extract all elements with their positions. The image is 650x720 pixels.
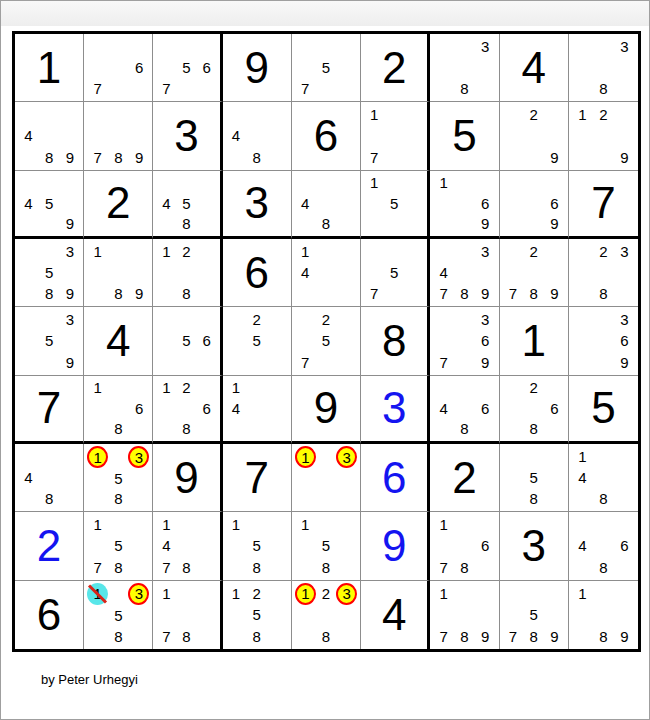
candidate-slot-2 xyxy=(316,36,337,57)
candidate-slot-6 xyxy=(267,125,288,146)
candidate-slot-2 xyxy=(39,104,60,125)
candidate-1: 1 xyxy=(301,517,309,532)
candidate-slot-8: 8 xyxy=(108,419,129,439)
candidate-slot-9 xyxy=(475,78,496,99)
titlebar xyxy=(1,1,649,26)
sudoku-board: 1675679572384384897893486175291294592458… xyxy=(12,31,641,652)
cell-r1c9[interactable]: 38 xyxy=(569,34,638,102)
candidate-slot-7 xyxy=(295,283,316,304)
candidate-slot-2: 2 xyxy=(246,583,267,604)
cell-r1c1[interactable]: 1 xyxy=(15,34,84,102)
candidate-slot-3 xyxy=(267,378,288,398)
cell-r5c8[interactable]: 1 xyxy=(500,307,569,375)
candidate-8: 8 xyxy=(460,421,468,436)
candidate-slot-8 xyxy=(316,78,337,99)
candidate-slot-5 xyxy=(593,125,614,146)
cell-r8c3[interactable]: 1478 xyxy=(153,512,222,580)
cell-r7c9[interactable]: 148 xyxy=(569,444,638,512)
candidate-slot-9 xyxy=(336,78,357,99)
candidate-8: 8 xyxy=(529,491,537,506)
candidate-slot-7 xyxy=(226,352,247,373)
candidate-slot-1: 1 xyxy=(295,514,316,535)
candidate-slot-3 xyxy=(197,309,217,330)
digit-2: 2 xyxy=(84,171,152,236)
cell-r9c1[interactable]: 6 xyxy=(15,581,84,649)
candidate-1: 1 xyxy=(93,244,101,259)
candidate-grid: 129 xyxy=(572,104,635,167)
cell-r6c1[interactable]: 7 xyxy=(15,376,84,444)
candidate-slot-6: 6 xyxy=(197,330,217,351)
candidate-slot-8: 8 xyxy=(39,147,60,168)
candidate-grid: 34789 xyxy=(433,241,495,304)
cell-r4c5[interactable]: 14 xyxy=(292,239,361,307)
candidate-slot-1 xyxy=(87,104,108,125)
cell-r2c6[interactable]: 17 xyxy=(361,102,430,170)
cell-r9c2[interactable]: 1358 xyxy=(84,581,153,649)
cell-r9c9[interactable]: 189 xyxy=(569,581,638,649)
cell-r6c9[interactable]: 5 xyxy=(569,376,638,444)
candidate-slot-1 xyxy=(295,36,316,57)
cell-r9c6[interactable]: 4 xyxy=(361,581,430,649)
cell-r1c6[interactable]: 2 xyxy=(361,34,430,102)
candidate-slot-7: 7 xyxy=(364,147,384,168)
candidate-slot-4 xyxy=(433,57,454,78)
candidate-slot-9 xyxy=(336,557,357,578)
candidate-slot-5 xyxy=(523,125,544,146)
digit-5: 5 xyxy=(569,376,638,441)
candidate-2: 2 xyxy=(253,586,261,601)
candidate-slot-2 xyxy=(108,378,129,398)
candidate-slot-8 xyxy=(523,214,544,234)
candidate-slot-6 xyxy=(336,330,357,351)
candidate-slot-4: 4 xyxy=(433,262,454,283)
candidate-2: 2 xyxy=(529,244,537,259)
candidate-slot-1 xyxy=(572,309,593,330)
cell-r7c6[interactable]: 6 xyxy=(361,444,430,512)
candidate-slot-9: 9 xyxy=(544,626,565,647)
cell-r3c9[interactable]: 7 xyxy=(569,171,638,239)
candidate-8: 8 xyxy=(45,150,53,165)
cell-r4c3[interactable]: 128 xyxy=(153,239,222,307)
cell-r1c2[interactable]: 67 xyxy=(84,34,153,102)
candidate-slot-8: 8 xyxy=(108,626,128,647)
digit-9: 9 xyxy=(153,444,219,511)
candidate-1: 1 xyxy=(93,517,101,532)
candidate-8: 8 xyxy=(114,629,122,644)
candidate-grid: 458 xyxy=(156,173,216,234)
candidate-slot-7: 7 xyxy=(433,557,454,578)
digit-4: 4 xyxy=(500,34,568,101)
candidate-slot-7: 7 xyxy=(295,78,316,99)
candidate-slot-5: 5 xyxy=(108,468,128,489)
candidate-slot-6 xyxy=(59,193,80,213)
candidate-slot-5: 5 xyxy=(39,193,60,213)
cell-r9c3[interactable]: 178 xyxy=(153,581,222,649)
candidate-slot-8 xyxy=(316,489,336,510)
candidate-slot-3 xyxy=(475,583,496,604)
candidate-8: 8 xyxy=(460,560,468,575)
digit-9: 9 xyxy=(292,376,360,441)
candidate-slot-2 xyxy=(316,173,337,193)
candidate-grid: 14 xyxy=(226,378,288,439)
cell-r1c4[interactable]: 9 xyxy=(223,34,292,102)
candidate-slot-6 xyxy=(404,262,424,283)
candidate-slot-9 xyxy=(129,419,150,439)
candidate-slot-4 xyxy=(87,262,108,283)
candidate-slot-4: 4 xyxy=(226,125,247,146)
candidate-slot-9 xyxy=(475,419,496,439)
cell-r3c8[interactable]: 69 xyxy=(500,171,569,239)
candidate-slot-8 xyxy=(454,214,475,234)
cell-r8c4[interactable]: 158 xyxy=(223,512,292,580)
cell-r2c9[interactable]: 129 xyxy=(569,102,638,170)
candidate-grid: 789 xyxy=(87,104,149,167)
candidate-7: 7 xyxy=(509,286,517,301)
cell-r6c6[interactable]: 3 xyxy=(361,376,430,444)
candidate-slot-2 xyxy=(108,241,129,262)
candidate-slot-6: 6 xyxy=(129,57,150,78)
candidate-8: 8 xyxy=(460,81,468,96)
candidate-slot-2 xyxy=(384,104,404,125)
candidate-slot-1: 1 xyxy=(87,378,108,398)
candidate-slot-3 xyxy=(544,104,565,125)
candidate-slot-8: 8 xyxy=(523,626,544,647)
candidate-grid: 3679 xyxy=(433,309,495,372)
candidate-4: 4 xyxy=(232,401,240,416)
candidate-slot-1 xyxy=(18,104,39,125)
candidate-slot-3 xyxy=(336,309,357,330)
cell-r3c2[interactable]: 2 xyxy=(84,171,153,239)
candidate-slot-1 xyxy=(572,36,593,57)
cell-r2c2[interactable]: 789 xyxy=(84,102,153,170)
cell-r6c4[interactable]: 14 xyxy=(223,376,292,444)
cell-r1c5[interactable]: 57 xyxy=(292,34,361,102)
candidate-4: 4 xyxy=(24,128,32,143)
candidate-slot-5 xyxy=(108,57,129,78)
candidate-2: 2 xyxy=(182,244,190,259)
candidate-slot-9 xyxy=(336,214,357,234)
candidate-slot-6 xyxy=(59,467,80,488)
candidate-slot-3 xyxy=(267,514,288,535)
cell-r2c5[interactable]: 6 xyxy=(292,102,361,170)
candidate-grid: 29 xyxy=(503,104,565,167)
candidate-grid: 56 xyxy=(156,309,216,372)
cell-r4c1[interactable]: 3589 xyxy=(15,239,84,307)
candidate-slot-9: 9 xyxy=(129,147,150,168)
candidate-slot-5: 5 xyxy=(316,535,337,556)
cell-r6c5[interactable]: 9 xyxy=(292,376,361,444)
candidate-slot-8: 8 xyxy=(246,147,267,168)
candidate-slot-1 xyxy=(156,36,176,57)
candidate-3: 3 xyxy=(481,244,489,259)
candidate-slot-9: 9 xyxy=(614,147,635,168)
candidate-slot-2: 2 xyxy=(316,309,337,330)
candidate-1: 1 xyxy=(232,380,240,395)
candidate-slot-2 xyxy=(177,514,197,535)
cell-r4c7[interactable]: 34789 xyxy=(430,239,499,307)
candidate-slot-3 xyxy=(129,36,150,57)
candidate-slot-3 xyxy=(336,514,357,535)
candidate-slot-7 xyxy=(572,626,593,647)
candidate-9: 9 xyxy=(135,286,143,301)
candidate-slot-6 xyxy=(267,604,288,625)
candidate-slot-7 xyxy=(295,626,316,647)
candidate-slot-9: 9 xyxy=(59,214,80,234)
candidate-slot-5 xyxy=(593,604,614,625)
candidate-grid: 17 xyxy=(364,104,424,167)
cell-r8c8[interactable]: 3 xyxy=(500,512,569,580)
candidate-slot-3 xyxy=(614,583,635,604)
candidate-slot-2 xyxy=(593,583,614,604)
candidate-grid: 57 xyxy=(364,241,424,304)
candidate-slot-3 xyxy=(59,173,80,193)
candidate-slot-9 xyxy=(404,214,424,234)
candidate-grid: 189 xyxy=(87,241,149,304)
candidate-slot-7: 7 xyxy=(433,283,454,304)
cell-r2c8[interactable]: 29 xyxy=(500,102,569,170)
candidate-8: 8 xyxy=(253,629,261,644)
candidate-slot-8: 8 xyxy=(593,283,614,304)
cell-r5c1[interactable]: 359 xyxy=(15,307,84,375)
candidate-slot-4 xyxy=(87,398,108,418)
candidate-1: 1 xyxy=(162,380,170,395)
candidate-8: 8 xyxy=(45,491,53,506)
cell-r7c1[interactable]: 48 xyxy=(15,444,84,512)
cell-r5c6[interactable]: 8 xyxy=(361,307,430,375)
candidate-slot-7 xyxy=(572,488,593,509)
candidate-3: 3 xyxy=(620,39,628,54)
candidate-slot-7 xyxy=(156,419,176,439)
candidate-7: 7 xyxy=(162,81,170,96)
candidate-grid: 369 xyxy=(572,309,635,372)
digit-2: 2 xyxy=(361,34,427,101)
candidate-slot-3 xyxy=(404,104,424,125)
candidate-slot-5: 5 xyxy=(177,330,197,351)
candidate-slot-1: 1 xyxy=(156,514,176,535)
cell-r5c7[interactable]: 3679 xyxy=(430,307,499,375)
candidate-slot-9 xyxy=(267,626,288,647)
candidate-slot-6 xyxy=(336,262,357,283)
candidate-slot-3 xyxy=(267,583,288,604)
candidate-6: 6 xyxy=(481,538,489,553)
candidate-slot-3 xyxy=(129,241,150,262)
candidate-grid: 128 xyxy=(156,241,216,304)
candidate-1: 1 xyxy=(578,449,586,464)
candidate-slot-8 xyxy=(523,147,544,168)
cell-r6c2[interactable]: 168 xyxy=(84,376,153,444)
candidate-slot-8: 8 xyxy=(108,557,129,578)
candidate-slot-5 xyxy=(177,262,197,283)
candidate-slot-9 xyxy=(197,419,217,439)
candidate-4: 4 xyxy=(440,265,448,280)
candidate-slot-9: 9 xyxy=(59,352,80,373)
cell-r9c5[interactable]: 1238 xyxy=(292,581,361,649)
cell-r3c3[interactable]: 458 xyxy=(153,171,222,239)
candidate-9: 9 xyxy=(66,355,74,370)
candidate-grid: 38 xyxy=(572,36,635,99)
candidate-grid: 1578 xyxy=(87,514,149,577)
candidate-slot-6 xyxy=(59,330,80,351)
cell-r3c7[interactable]: 169 xyxy=(430,171,499,239)
candidate-slot-8: 8 xyxy=(593,557,614,578)
candidate-7: 7 xyxy=(93,81,101,96)
candidate-7: 7 xyxy=(440,355,448,370)
candidate-slot-7: 7 xyxy=(156,78,176,99)
cell-r6c7[interactable]: 468 xyxy=(430,376,499,444)
digit-3: 3 xyxy=(223,171,291,236)
cell-r4c9[interactable]: 238 xyxy=(569,239,638,307)
candidate-grid: 158 xyxy=(226,514,288,577)
cell-r4c8[interactable]: 2789 xyxy=(500,239,569,307)
cell-r1c8[interactable]: 4 xyxy=(500,34,569,102)
candidate-slot-3 xyxy=(475,173,496,193)
candidate-7: 7 xyxy=(440,560,448,575)
cell-r8c6[interactable]: 9 xyxy=(361,512,430,580)
candidate-4: 4 xyxy=(24,470,32,485)
cell-r7c7[interactable]: 2 xyxy=(430,444,499,512)
candidate-1: 1 xyxy=(301,244,309,259)
cell-r8c2[interactable]: 1578 xyxy=(84,512,153,580)
candidate-slot-2: 2 xyxy=(523,104,544,125)
candidate-5: 5 xyxy=(253,333,261,348)
cell-r7c3[interactable]: 9 xyxy=(153,444,222,512)
candidate-3-highlighted: 3 xyxy=(336,583,357,605)
candidate-7: 7 xyxy=(162,560,170,575)
candidate-slot-7: 7 xyxy=(433,626,454,647)
cell-r5c2[interactable]: 4 xyxy=(84,307,153,375)
candidate-1-eliminated: 1 xyxy=(87,583,108,605)
candidate-slot-6 xyxy=(59,125,80,146)
candidate-slot-7 xyxy=(226,557,247,578)
candidate-slot-2: 2 xyxy=(177,378,197,398)
candidate-grid: 38 xyxy=(433,36,495,99)
candidate-slot-3 xyxy=(544,241,565,262)
cell-r2c1[interactable]: 489 xyxy=(15,102,84,170)
candidate-slot-1 xyxy=(18,446,39,467)
cell-r8c1[interactable]: 2 xyxy=(15,512,84,580)
candidate-5: 5 xyxy=(182,196,190,211)
candidate-slot-8: 8 xyxy=(177,557,197,578)
digit-7: 7 xyxy=(223,444,291,511)
candidate-slot-7: 7 xyxy=(87,78,108,99)
candidate-slot-9: 9 xyxy=(129,283,150,304)
cell-r5c3[interactable]: 56 xyxy=(153,307,222,375)
cell-r9c7[interactable]: 1789 xyxy=(430,581,499,649)
candidate-slot-1: 1 xyxy=(295,583,316,605)
cell-r3c1[interactable]: 459 xyxy=(15,171,84,239)
cell-r4c2[interactable]: 189 xyxy=(84,239,153,307)
candidate-slot-7 xyxy=(295,214,316,234)
candidate-grid: 67 xyxy=(87,36,149,99)
candidate-slot-7 xyxy=(433,214,454,234)
candidate-slot-5 xyxy=(523,193,544,213)
candidate-slot-3: 3 xyxy=(128,446,149,468)
candidate-9: 9 xyxy=(620,150,628,165)
candidate-9: 9 xyxy=(620,629,628,644)
candidate-slot-5 xyxy=(454,193,475,213)
candidate-slot-4 xyxy=(364,193,384,213)
cell-r3c5[interactable]: 48 xyxy=(292,171,361,239)
candidate-slot-1: 1 xyxy=(572,583,593,604)
candidate-2: 2 xyxy=(322,586,330,601)
digit-3: 3 xyxy=(500,512,568,579)
candidate-slot-5 xyxy=(108,262,129,283)
candidate-slot-9 xyxy=(129,78,150,99)
cell-r9c4[interactable]: 1258 xyxy=(223,581,292,649)
candidate-slot-9: 9 xyxy=(544,147,565,168)
cell-r8c7[interactable]: 1678 xyxy=(430,512,499,580)
cell-r7c2[interactable]: 1358 xyxy=(84,444,153,512)
candidate-slot-8: 8 xyxy=(177,283,197,304)
cell-r1c7[interactable]: 38 xyxy=(430,34,499,102)
candidate-slot-4 xyxy=(156,330,176,351)
candidate-grid: 13 xyxy=(295,446,357,509)
candidate-7: 7 xyxy=(301,81,309,96)
candidate-slot-8: 8 xyxy=(454,626,475,647)
candidate-slot-9 xyxy=(128,489,149,510)
candidate-8: 8 xyxy=(322,216,330,231)
candidate-9: 9 xyxy=(550,286,558,301)
candidate-slot-6 xyxy=(336,535,357,556)
candidate-slot-4 xyxy=(572,125,593,146)
cell-r3c4[interactable]: 3 xyxy=(223,171,292,239)
candidate-8: 8 xyxy=(529,286,537,301)
candidate-slot-1 xyxy=(295,173,316,193)
cell-r6c8[interactable]: 268 xyxy=(500,376,569,444)
candidate-slot-3: 3 xyxy=(614,36,635,57)
cell-r4c6[interactable]: 57 xyxy=(361,239,430,307)
cell-r2c4[interactable]: 48 xyxy=(223,102,292,170)
cell-r4c4[interactable]: 6 xyxy=(223,239,292,307)
candidate-3-highlighted: 3 xyxy=(128,446,149,468)
candidate-1: 1 xyxy=(440,175,448,190)
cell-r2c7[interactable]: 5 xyxy=(430,102,499,170)
candidate-slot-1: 1 xyxy=(226,583,247,604)
cell-r3c6[interactable]: 15 xyxy=(361,171,430,239)
candidate-slot-2: 2 xyxy=(316,583,336,605)
cell-r5c9[interactable]: 369 xyxy=(569,307,638,375)
cell-r7c5[interactable]: 13 xyxy=(292,444,361,512)
cell-r2c3[interactable]: 3 xyxy=(153,102,222,170)
candidate-slot-7 xyxy=(226,419,247,439)
cell-r1c3[interactable]: 567 xyxy=(153,34,222,102)
candidate-9: 9 xyxy=(66,150,74,165)
candidate-slot-2 xyxy=(246,378,267,398)
cell-r7c4[interactable]: 7 xyxy=(223,444,292,512)
candidate-slot-7 xyxy=(87,283,108,304)
cell-r8c9[interactable]: 468 xyxy=(569,512,638,580)
candidate-slot-1 xyxy=(226,309,247,330)
cell-r5c5[interactable]: 257 xyxy=(292,307,361,375)
digit-6: 6 xyxy=(292,102,360,169)
candidate-slot-9 xyxy=(197,214,217,234)
candidate-slot-6 xyxy=(197,193,217,213)
candidate-7: 7 xyxy=(440,629,448,644)
cell-r5c4[interactable]: 25 xyxy=(223,307,292,375)
candidate-slot-7 xyxy=(503,214,524,234)
candidate-slot-4 xyxy=(503,125,524,146)
cell-r6c3[interactable]: 1268 xyxy=(153,376,222,444)
candidate-8: 8 xyxy=(114,491,122,506)
candidate-1-highlighted: 1 xyxy=(87,446,108,468)
candidate-slot-2: 2 xyxy=(593,104,614,125)
cell-r7c8[interactable]: 58 xyxy=(500,444,569,512)
cell-r8c5[interactable]: 158 xyxy=(292,512,361,580)
cell-r9c8[interactable]: 5789 xyxy=(500,581,569,649)
digit-6: 6 xyxy=(15,581,83,649)
candidate-slot-3 xyxy=(197,173,217,193)
candidate-slot-8: 8 xyxy=(108,147,129,168)
